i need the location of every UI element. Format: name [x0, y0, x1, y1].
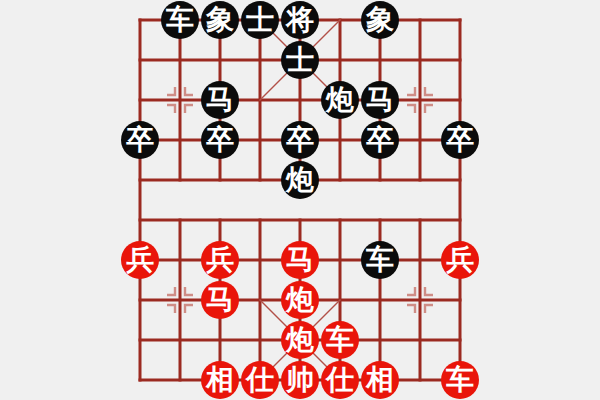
piece-red-elephant-a[interactable]: 相	[201, 361, 239, 399]
piece-black-soldier-a[interactable]: 卒	[121, 121, 159, 159]
piece-black-horse-a[interactable]: 马	[201, 81, 239, 119]
piece-red-chariot-a[interactable]: 车	[321, 321, 359, 359]
piece-black-soldier-d[interactable]: 卒	[361, 121, 399, 159]
piece-red-general[interactable]: 帅	[281, 361, 319, 399]
piece-black-horse-b[interactable]: 马	[361, 81, 399, 119]
piece-black-cannon-b[interactable]: 炮	[281, 161, 319, 199]
piece-black-elephant-b[interactable]: 象	[361, 1, 399, 39]
piece-red-cannon-a[interactable]: 炮	[281, 281, 319, 319]
piece-black-general[interactable]: 将	[281, 1, 319, 39]
piece-red-advisor-a[interactable]: 仕	[241, 361, 279, 399]
pieces-layer: 车象士将象士马炮马卒卒卒卒卒炮车兵兵马兵马炮炮车相仕帅仕相车	[120, 0, 480, 400]
piece-black-elephant-a[interactable]: 象	[201, 1, 239, 39]
xiangqi-screen: 车象士将象士马炮马卒卒卒卒卒炮车兵兵马兵马炮炮车相仕帅仕相车	[0, 0, 600, 400]
piece-black-soldier-e[interactable]: 卒	[441, 121, 479, 159]
piece-red-chariot-b[interactable]: 车	[441, 361, 479, 399]
piece-red-advisor-b[interactable]: 仕	[321, 361, 359, 399]
piece-black-advisor-a[interactable]: 士	[241, 1, 279, 39]
piece-red-cannon-b[interactable]: 炮	[281, 321, 319, 359]
piece-red-soldier-b[interactable]: 兵	[201, 241, 239, 279]
piece-black-chariot-a[interactable]: 车	[161, 1, 199, 39]
piece-red-soldier-a[interactable]: 兵	[121, 241, 159, 279]
piece-black-soldier-c[interactable]: 卒	[281, 121, 319, 159]
piece-red-horse-a[interactable]: 马	[281, 241, 319, 279]
piece-black-soldier-b[interactable]: 卒	[201, 121, 239, 159]
piece-black-advisor-b[interactable]: 士	[281, 41, 319, 79]
piece-red-elephant-b[interactable]: 相	[361, 361, 399, 399]
piece-black-chariot-b[interactable]: 车	[361, 241, 399, 279]
xiangqi-board: 车象士将象士马炮马卒卒卒卒卒炮车兵兵马兵马炮炮车相仕帅仕相车	[120, 0, 480, 400]
piece-red-horse-b[interactable]: 马	[201, 281, 239, 319]
piece-red-soldier-c[interactable]: 兵	[441, 241, 479, 279]
piece-black-cannon-a[interactable]: 炮	[321, 81, 359, 119]
